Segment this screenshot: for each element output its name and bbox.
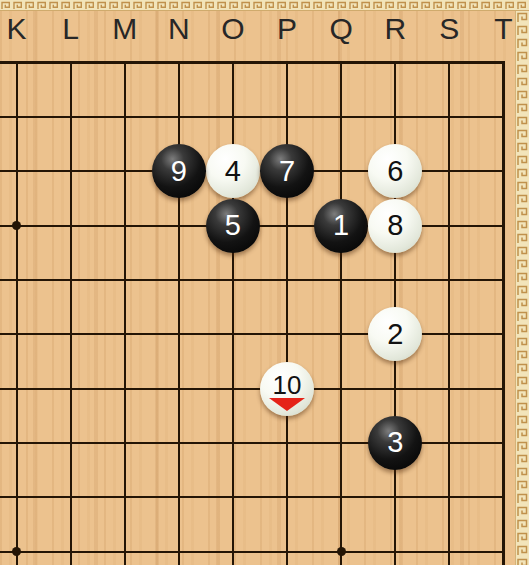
move-number: 4 xyxy=(225,157,241,186)
move-number: 5 xyxy=(225,211,241,240)
stone-black-5: 5 xyxy=(206,199,260,253)
grid-line-column-Q xyxy=(340,61,342,565)
grid-line-row-18 xyxy=(0,116,505,118)
go-app-board-view: KLMNOPQRST12345678910 xyxy=(0,0,529,565)
move-number: 1 xyxy=(333,211,349,240)
grid-line-row-14 xyxy=(0,333,505,335)
column-label-S: S xyxy=(427,12,471,46)
star-point-Q10 xyxy=(337,547,346,556)
move-number: 9 xyxy=(171,157,187,186)
column-label-O: O xyxy=(211,12,255,46)
column-label-L: L xyxy=(49,12,93,46)
stone-black-7: 7 xyxy=(260,144,314,198)
column-label-R: R xyxy=(373,12,417,46)
grid-line-row-10 xyxy=(0,551,505,553)
grid-line-column-M xyxy=(124,61,126,565)
grid-line-column-O xyxy=(232,61,234,565)
grid-line-column-T xyxy=(502,61,505,565)
decorative-meander-border-top xyxy=(0,0,529,11)
grid-line-row-15 xyxy=(0,279,505,281)
grid-line-row-13 xyxy=(0,388,505,390)
column-label-K: K xyxy=(0,12,39,46)
grid-line-column-L xyxy=(70,61,72,565)
stone-black-9: 9 xyxy=(152,144,206,198)
grid-line-row-11 xyxy=(0,496,505,498)
move-number: 6 xyxy=(387,157,403,186)
column-label-N: N xyxy=(157,12,201,46)
move-number: 10 xyxy=(273,372,302,398)
column-label-P: P xyxy=(265,12,309,46)
move-number: 2 xyxy=(387,320,403,349)
stone-white-2: 2 xyxy=(368,307,422,361)
stone-white-6: 6 xyxy=(368,144,422,198)
go-board[interactable]: KLMNOPQRST12345678910 xyxy=(0,0,529,565)
stone-white-4: 4 xyxy=(206,144,260,198)
stone-black-3: 3 xyxy=(368,416,422,470)
stone-white-10: 10 xyxy=(260,362,314,416)
decorative-meander-border-right xyxy=(515,0,529,565)
grid-line-column-P xyxy=(286,61,288,565)
stone-black-1: 1 xyxy=(314,199,368,253)
grid-line-column-N xyxy=(178,61,180,565)
column-label-Q: Q xyxy=(319,12,363,46)
move-number: 7 xyxy=(279,157,295,186)
star-point-K10 xyxy=(12,547,21,556)
move-number: 3 xyxy=(387,428,403,457)
grid-line-row-12 xyxy=(0,442,505,444)
grid-line-row-19 xyxy=(0,61,505,64)
stone-white-8: 8 xyxy=(368,199,422,253)
grid-line-column-S xyxy=(448,61,450,565)
grid-line-column-K xyxy=(16,61,18,565)
move-number: 8 xyxy=(387,211,403,240)
column-label-M: M xyxy=(103,12,147,46)
star-point-K16 xyxy=(12,221,21,230)
